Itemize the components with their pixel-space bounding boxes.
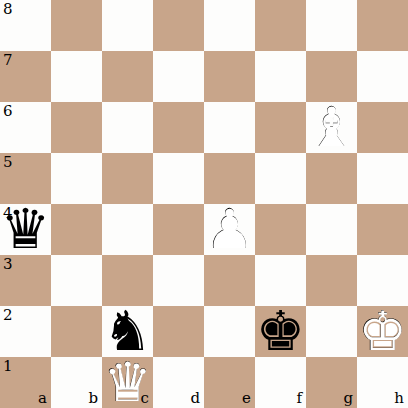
rank-label-5: 5 bbox=[3, 155, 13, 170]
square-g3[interactable] bbox=[306, 255, 357, 306]
square-a1[interactable]: 1a bbox=[0, 357, 51, 408]
black-king[interactable]: ♚ bbox=[256, 304, 305, 359]
square-a2[interactable]: 2 bbox=[0, 306, 51, 357]
square-h8[interactable] bbox=[357, 0, 408, 51]
square-b3[interactable] bbox=[51, 255, 102, 306]
square-a4[interactable]: 4♛ bbox=[0, 204, 51, 255]
square-a8[interactable]: 8 bbox=[0, 0, 51, 51]
file-label-f: f bbox=[296, 391, 302, 406]
white-king-glyph: ♚ bbox=[358, 305, 406, 359]
square-c4[interactable] bbox=[102, 204, 153, 255]
file-label-h: h bbox=[394, 391, 404, 406]
square-b1[interactable]: b bbox=[51, 357, 102, 408]
square-d3[interactable] bbox=[153, 255, 204, 306]
white-bishop-glyph: ♝ bbox=[307, 101, 355, 155]
square-f6[interactable] bbox=[255, 102, 306, 153]
square-e1[interactable]: e bbox=[204, 357, 255, 408]
white-queen-glyph: ♛ bbox=[103, 356, 151, 408]
square-h1[interactable]: h bbox=[357, 357, 408, 408]
square-g5[interactable] bbox=[306, 153, 357, 204]
square-b2[interactable] bbox=[51, 306, 102, 357]
square-b4[interactable] bbox=[51, 204, 102, 255]
rank-label-3: 3 bbox=[3, 257, 13, 272]
square-a7[interactable]: 7 bbox=[0, 51, 51, 102]
square-g6[interactable]: ♝♗ bbox=[306, 102, 357, 153]
rank-label-1: 1 bbox=[3, 359, 13, 374]
square-f7[interactable] bbox=[255, 51, 306, 102]
rank-label-8: 8 bbox=[3, 2, 13, 17]
square-e6[interactable] bbox=[204, 102, 255, 153]
square-b7[interactable] bbox=[51, 51, 102, 102]
square-g2[interactable] bbox=[306, 306, 357, 357]
square-g1[interactable]: g bbox=[306, 357, 357, 408]
square-f1[interactable]: f bbox=[255, 357, 306, 408]
square-c6[interactable] bbox=[102, 102, 153, 153]
file-label-a: a bbox=[38, 391, 47, 406]
square-f8[interactable] bbox=[255, 0, 306, 51]
square-e8[interactable] bbox=[204, 0, 255, 51]
white-king[interactable]: ♚♔ bbox=[358, 304, 407, 359]
square-b6[interactable] bbox=[51, 102, 102, 153]
square-f5[interactable] bbox=[255, 153, 306, 204]
black-king-glyph: ♚ bbox=[256, 304, 305, 359]
square-d1[interactable]: d bbox=[153, 357, 204, 408]
file-label-e: e bbox=[242, 391, 251, 406]
square-d6[interactable] bbox=[153, 102, 204, 153]
square-d5[interactable] bbox=[153, 153, 204, 204]
square-a6[interactable]: 6 bbox=[0, 102, 51, 153]
square-f2[interactable]: ♚ bbox=[255, 306, 306, 357]
square-b8[interactable] bbox=[51, 0, 102, 51]
square-h7[interactable] bbox=[357, 51, 408, 102]
rank-label-6: 6 bbox=[3, 104, 13, 119]
square-e7[interactable] bbox=[204, 51, 255, 102]
square-c1[interactable]: c♛♕ bbox=[102, 357, 153, 408]
square-c5[interactable] bbox=[102, 153, 153, 204]
rank-label-4: 4 bbox=[3, 206, 13, 221]
square-h4[interactable] bbox=[357, 204, 408, 255]
square-h5[interactable] bbox=[357, 153, 408, 204]
chess-board: 876♝♗54♛♟♙32♞♚♚♔1abc♛♕defgh bbox=[0, 0, 408, 408]
white-pawn-glyph: ♟ bbox=[205, 203, 253, 257]
rank-label-2: 2 bbox=[3, 308, 13, 323]
square-h2[interactable]: ♚♔ bbox=[357, 306, 408, 357]
square-a3[interactable]: 3 bbox=[0, 255, 51, 306]
square-f4[interactable] bbox=[255, 204, 306, 255]
square-b5[interactable] bbox=[51, 153, 102, 204]
square-c7[interactable] bbox=[102, 51, 153, 102]
square-d8[interactable] bbox=[153, 0, 204, 51]
white-queen[interactable]: ♛♕ bbox=[103, 355, 152, 408]
square-h6[interactable] bbox=[357, 102, 408, 153]
square-e2[interactable] bbox=[204, 306, 255, 357]
file-label-g: g bbox=[343, 391, 353, 406]
file-label-d: d bbox=[190, 391, 200, 406]
square-g4[interactable] bbox=[306, 204, 357, 255]
square-g8[interactable] bbox=[306, 0, 357, 51]
square-c8[interactable] bbox=[102, 0, 153, 51]
rank-label-7: 7 bbox=[3, 53, 13, 68]
square-d7[interactable] bbox=[153, 51, 204, 102]
square-d4[interactable] bbox=[153, 204, 204, 255]
square-e3[interactable] bbox=[204, 255, 255, 306]
white-bishop[interactable]: ♝♗ bbox=[307, 100, 356, 155]
square-d2[interactable] bbox=[153, 306, 204, 357]
white-pawn[interactable]: ♟♙ bbox=[205, 202, 254, 257]
file-label-b: b bbox=[88, 391, 98, 406]
square-e4[interactable]: ♟♙ bbox=[204, 204, 255, 255]
